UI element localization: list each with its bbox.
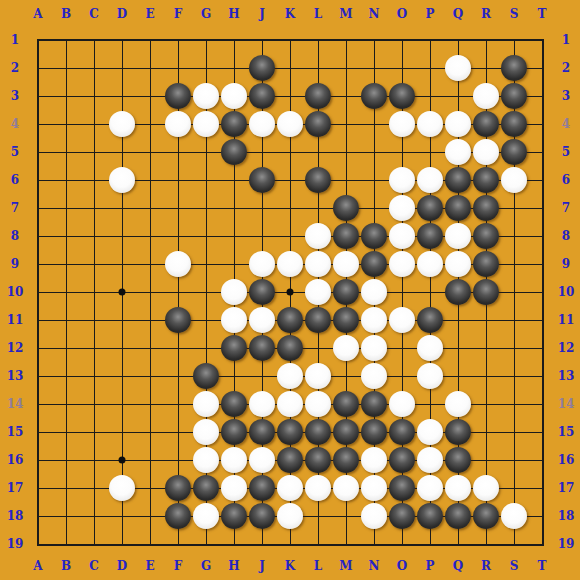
- white-stone[interactable]: [193, 111, 219, 137]
- row-label-left: 13: [7, 369, 24, 383]
- row-label-left: 1: [11, 33, 19, 47]
- white-stone[interactable]: [445, 251, 471, 277]
- row-label-left: 11: [7, 313, 24, 327]
- black-stone[interactable]: [221, 111, 247, 137]
- column-label-top: A: [33, 7, 42, 21]
- row-label-left: 3: [11, 89, 19, 103]
- column-label-bottom: T: [538, 559, 547, 573]
- white-stone[interactable]: [109, 475, 135, 501]
- column-label-top: T: [538, 7, 547, 21]
- black-stone[interactable]: [193, 363, 219, 389]
- white-stone[interactable]: [249, 251, 275, 277]
- white-stone[interactable]: [445, 475, 471, 501]
- white-stone[interactable]: [277, 475, 303, 501]
- white-stone[interactable]: [445, 111, 471, 137]
- black-stone[interactable]: [473, 223, 499, 249]
- column-label-top: D: [117, 7, 127, 21]
- black-stone[interactable]: [249, 55, 275, 81]
- black-stone[interactable]: [361, 419, 387, 445]
- black-stone[interactable]: [305, 83, 331, 109]
- row-label-left: 4: [11, 117, 19, 131]
- white-stone[interactable]: [389, 111, 415, 137]
- black-stone[interactable]: [361, 83, 387, 109]
- white-stone[interactable]: [249, 391, 275, 417]
- black-stone[interactable]: [389, 475, 415, 501]
- column-label-top: E: [145, 7, 154, 21]
- black-stone[interactable]: [221, 419, 247, 445]
- row-label-right: 15: [558, 425, 575, 439]
- black-stone[interactable]: [249, 83, 275, 109]
- white-stone[interactable]: [445, 391, 471, 417]
- black-stone[interactable]: [445, 167, 471, 193]
- row-label-right: 5: [562, 145, 570, 159]
- black-stone[interactable]: [417, 223, 443, 249]
- row-label-left: 16: [7, 453, 24, 467]
- go-board[interactable]: AABBCCDDEEFFGGHHJJKKLLMMNNOOPPQQRRSSTT11…: [0, 0, 580, 580]
- black-stone[interactable]: [389, 503, 415, 529]
- white-stone[interactable]: [333, 335, 359, 361]
- row-label-left: 7: [11, 201, 19, 215]
- column-label-top: N: [369, 7, 380, 21]
- column-label-bottom: S: [510, 559, 519, 573]
- row-label-right: 9: [562, 257, 570, 271]
- white-stone[interactable]: [249, 447, 275, 473]
- black-stone[interactable]: [333, 391, 359, 417]
- black-stone[interactable]: [445, 279, 471, 305]
- white-stone[interactable]: [221, 307, 247, 333]
- row-label-right: 1: [562, 33, 570, 47]
- black-stone[interactable]: [445, 503, 471, 529]
- white-stone[interactable]: [361, 307, 387, 333]
- black-stone[interactable]: [165, 475, 191, 501]
- white-stone[interactable]: [501, 503, 527, 529]
- row-label-left: 6: [11, 173, 19, 187]
- black-stone[interactable]: [249, 503, 275, 529]
- black-stone[interactable]: [333, 195, 359, 221]
- column-label-bottom: P: [425, 559, 434, 573]
- column-label-bottom: M: [339, 559, 352, 573]
- white-stone[interactable]: [389, 307, 415, 333]
- white-stone[interactable]: [333, 251, 359, 277]
- star-point: [287, 289, 294, 296]
- row-label-left: 15: [7, 425, 24, 439]
- row-label-right: 12: [558, 341, 575, 355]
- column-label-bottom: J: [259, 559, 265, 573]
- black-stone[interactable]: [389, 419, 415, 445]
- black-stone[interactable]: [277, 307, 303, 333]
- row-label-right: 19: [558, 537, 575, 551]
- column-label-bottom: C: [89, 559, 99, 573]
- white-stone[interactable]: [221, 447, 247, 473]
- row-label-right: 18: [558, 509, 575, 523]
- row-label-right: 3: [562, 89, 570, 103]
- column-label-bottom: A: [33, 559, 42, 573]
- column-label-top: M: [339, 7, 352, 21]
- white-stone[interactable]: [193, 391, 219, 417]
- row-label-right: 8: [562, 229, 570, 243]
- row-label-left: 5: [11, 145, 19, 159]
- black-stone[interactable]: [473, 195, 499, 221]
- white-stone[interactable]: [389, 251, 415, 277]
- black-stone[interactable]: [501, 83, 527, 109]
- white-stone[interactable]: [445, 139, 471, 165]
- white-stone[interactable]: [361, 447, 387, 473]
- white-stone[interactable]: [221, 83, 247, 109]
- white-stone[interactable]: [473, 139, 499, 165]
- black-stone[interactable]: [417, 307, 443, 333]
- black-stone[interactable]: [361, 223, 387, 249]
- black-stone[interactable]: [165, 503, 191, 529]
- white-stone[interactable]: [305, 391, 331, 417]
- row-label-right: 11: [558, 313, 575, 327]
- white-stone[interactable]: [277, 503, 303, 529]
- row-label-right: 6: [562, 173, 570, 187]
- column-label-bottom: G: [201, 559, 211, 573]
- column-label-top: K: [285, 7, 295, 21]
- column-label-top: L: [314, 7, 322, 21]
- white-stone[interactable]: [333, 475, 359, 501]
- white-stone[interactable]: [109, 167, 135, 193]
- column-label-bottom: L: [314, 559, 322, 573]
- white-stone[interactable]: [193, 419, 219, 445]
- black-stone[interactable]: [473, 111, 499, 137]
- white-stone[interactable]: [417, 335, 443, 361]
- black-stone[interactable]: [333, 447, 359, 473]
- row-label-right: 13: [558, 369, 575, 383]
- column-label-bottom: E: [145, 559, 154, 573]
- black-stone[interactable]: [305, 307, 331, 333]
- column-label-bottom: H: [228, 559, 239, 573]
- white-stone[interactable]: [361, 279, 387, 305]
- column-label-bottom: R: [481, 559, 491, 573]
- row-label-right: 16: [558, 453, 575, 467]
- white-stone[interactable]: [193, 503, 219, 529]
- row-label-right: 4: [562, 117, 570, 131]
- black-stone[interactable]: [473, 503, 499, 529]
- black-stone[interactable]: [501, 55, 527, 81]
- white-stone[interactable]: [109, 111, 135, 137]
- black-stone[interactable]: [417, 503, 443, 529]
- white-stone[interactable]: [305, 251, 331, 277]
- black-stone[interactable]: [305, 447, 331, 473]
- black-stone[interactable]: [221, 335, 247, 361]
- black-stone[interactable]: [473, 251, 499, 277]
- white-stone[interactable]: [389, 223, 415, 249]
- black-stone[interactable]: [165, 307, 191, 333]
- white-stone[interactable]: [417, 363, 443, 389]
- white-stone[interactable]: [389, 195, 415, 221]
- black-stone[interactable]: [473, 279, 499, 305]
- black-stone[interactable]: [249, 167, 275, 193]
- column-label-top: Q: [453, 7, 463, 21]
- black-stone[interactable]: [445, 419, 471, 445]
- white-stone[interactable]: [417, 419, 443, 445]
- black-stone[interactable]: [501, 139, 527, 165]
- black-stone[interactable]: [165, 83, 191, 109]
- white-stone[interactable]: [249, 111, 275, 137]
- white-stone[interactable]: [305, 223, 331, 249]
- white-stone[interactable]: [305, 363, 331, 389]
- black-stone[interactable]: [221, 139, 247, 165]
- white-stone[interactable]: [221, 279, 247, 305]
- row-label-left: 8: [11, 229, 19, 243]
- column-label-bottom: B: [61, 559, 71, 573]
- black-stone[interactable]: [249, 419, 275, 445]
- column-label-bottom: N: [369, 559, 380, 573]
- black-stone[interactable]: [305, 111, 331, 137]
- column-label-bottom: D: [117, 559, 127, 573]
- star-point: [119, 457, 126, 464]
- white-stone[interactable]: [305, 475, 331, 501]
- black-stone[interactable]: [193, 475, 219, 501]
- white-stone[interactable]: [389, 391, 415, 417]
- column-label-top: J: [259, 7, 265, 21]
- row-label-right: 7: [562, 201, 570, 215]
- column-label-top: C: [89, 7, 99, 21]
- column-label-top: R: [481, 7, 491, 21]
- white-stone[interactable]: [417, 251, 443, 277]
- star-point: [119, 289, 126, 296]
- row-label-right: 10: [558, 285, 575, 299]
- white-stone[interactable]: [361, 503, 387, 529]
- black-stone[interactable]: [333, 223, 359, 249]
- column-label-bottom: Q: [453, 559, 463, 573]
- black-stone[interactable]: [249, 475, 275, 501]
- black-stone[interactable]: [221, 391, 247, 417]
- row-label-left: 10: [7, 285, 24, 299]
- column-label-top: S: [510, 7, 519, 21]
- white-stone[interactable]: [389, 167, 415, 193]
- column-label-top: B: [61, 7, 71, 21]
- white-stone[interactable]: [165, 251, 191, 277]
- white-stone[interactable]: [445, 223, 471, 249]
- column-label-top: O: [397, 7, 407, 21]
- black-stone[interactable]: [361, 391, 387, 417]
- black-stone[interactable]: [361, 251, 387, 277]
- black-stone[interactable]: [249, 335, 275, 361]
- row-label-left: 17: [7, 481, 24, 495]
- row-label-right: 17: [558, 481, 575, 495]
- white-stone[interactable]: [221, 475, 247, 501]
- black-stone[interactable]: [333, 307, 359, 333]
- black-stone[interactable]: [389, 447, 415, 473]
- white-stone[interactable]: [277, 251, 303, 277]
- black-stone[interactable]: [221, 503, 247, 529]
- column-label-top: P: [425, 7, 434, 21]
- row-label-left: 12: [7, 341, 24, 355]
- column-label-top: G: [201, 7, 211, 21]
- black-stone[interactable]: [277, 419, 303, 445]
- black-stone[interactable]: [277, 447, 303, 473]
- white-stone[interactable]: [417, 167, 443, 193]
- black-stone[interactable]: [333, 279, 359, 305]
- row-label-left: 19: [7, 537, 24, 551]
- column-label-top: F: [174, 7, 183, 21]
- row-label-right: 2: [562, 61, 570, 75]
- row-label-left: 18: [7, 509, 24, 523]
- black-stone[interactable]: [333, 419, 359, 445]
- black-stone[interactable]: [305, 167, 331, 193]
- white-stone[interactable]: [417, 475, 443, 501]
- column-label-bottom: K: [285, 559, 295, 573]
- white-stone[interactable]: [249, 307, 275, 333]
- white-stone[interactable]: [417, 447, 443, 473]
- white-stone[interactable]: [473, 83, 499, 109]
- white-stone[interactable]: [277, 391, 303, 417]
- white-stone[interactable]: [277, 111, 303, 137]
- white-stone[interactable]: [165, 111, 191, 137]
- black-stone[interactable]: [473, 167, 499, 193]
- white-stone[interactable]: [193, 83, 219, 109]
- row-label-right: 14: [558, 397, 575, 411]
- column-label-bottom: F: [174, 559, 183, 573]
- column-label-top: H: [228, 7, 239, 21]
- white-stone[interactable]: [473, 475, 499, 501]
- black-stone[interactable]: [445, 195, 471, 221]
- white-stone[interactable]: [193, 447, 219, 473]
- white-stone[interactable]: [417, 111, 443, 137]
- white-stone[interactable]: [277, 363, 303, 389]
- row-label-left: 9: [11, 257, 19, 271]
- white-stone[interactable]: [361, 363, 387, 389]
- black-stone[interactable]: [249, 279, 275, 305]
- white-stone[interactable]: [305, 279, 331, 305]
- black-stone[interactable]: [501, 111, 527, 137]
- row-label-left: 2: [11, 61, 19, 75]
- white-stone[interactable]: [361, 335, 387, 361]
- row-label-left: 14: [7, 397, 24, 411]
- white-stone[interactable]: [501, 167, 527, 193]
- column-label-bottom: O: [397, 559, 407, 573]
- black-stone[interactable]: [445, 447, 471, 473]
- black-stone[interactable]: [417, 195, 443, 221]
- white-stone[interactable]: [445, 55, 471, 81]
- black-stone[interactable]: [389, 83, 415, 109]
- black-stone[interactable]: [305, 419, 331, 445]
- white-stone[interactable]: [361, 475, 387, 501]
- black-stone[interactable]: [277, 335, 303, 361]
